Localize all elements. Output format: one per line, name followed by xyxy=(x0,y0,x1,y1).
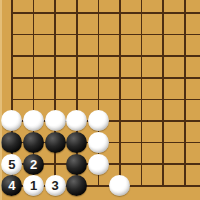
white-stone xyxy=(88,154,109,175)
black-stone xyxy=(45,132,66,153)
white-stone xyxy=(88,110,109,131)
move-number-label: 5 xyxy=(8,158,15,171)
board-point xyxy=(1,110,23,132)
board-point: 1 xyxy=(23,175,45,197)
board-point: 3 xyxy=(44,175,66,197)
move-number-label: 2 xyxy=(30,158,37,171)
black-stone xyxy=(66,175,87,196)
stone-layer: 52413 xyxy=(1,2,195,196)
move-number-label: 3 xyxy=(52,179,59,192)
board-point xyxy=(23,132,45,154)
black-stone xyxy=(66,132,87,153)
board-point xyxy=(44,132,66,154)
board-point xyxy=(109,175,131,197)
board-point: 2 xyxy=(23,153,45,175)
go-board[interactable]: 52413 xyxy=(0,0,200,200)
board-point xyxy=(88,153,110,175)
board-point xyxy=(66,153,88,175)
move-number-label: 1 xyxy=(30,179,37,192)
white-stone xyxy=(66,110,87,131)
board-point xyxy=(44,110,66,132)
numbered-white-stone: 1 xyxy=(23,175,44,196)
white-stone xyxy=(109,175,130,196)
board-point xyxy=(66,132,88,154)
board-point xyxy=(88,110,110,132)
board-point xyxy=(23,110,45,132)
white-stone xyxy=(45,110,66,131)
numbered-black-stone: 2 xyxy=(23,154,44,175)
white-stone xyxy=(1,110,22,131)
board-point xyxy=(1,132,23,154)
white-stone xyxy=(23,110,44,131)
black-stone xyxy=(1,132,22,153)
numbered-white-stone: 3 xyxy=(45,175,66,196)
move-number-label: 4 xyxy=(8,179,15,192)
board-point: 4 xyxy=(1,175,23,197)
board-point xyxy=(88,132,110,154)
black-stone xyxy=(66,154,87,175)
board-point: 5 xyxy=(1,153,23,175)
numbered-white-stone: 5 xyxy=(1,154,22,175)
board-point xyxy=(66,175,88,197)
black-stone xyxy=(23,132,44,153)
board-point xyxy=(66,110,88,132)
numbered-black-stone: 4 xyxy=(1,175,22,196)
white-stone xyxy=(88,132,109,153)
